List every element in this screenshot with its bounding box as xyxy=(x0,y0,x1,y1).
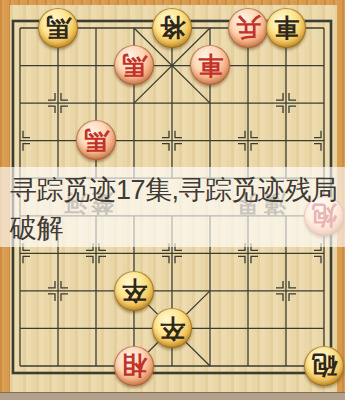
piece-glyph: 砲 xyxy=(312,353,337,378)
piece-glyph: 車 xyxy=(198,53,223,78)
red-piece-兵[interactable]: 兵 xyxy=(228,8,268,48)
black-piece-砲[interactable]: 砲 xyxy=(304,346,344,386)
piece-glyph: 馬 xyxy=(84,128,109,153)
piece-glyph: 馬 xyxy=(122,53,147,78)
piece-glyph: 将 xyxy=(160,15,185,40)
black-piece-卒[interactable]: 卒 xyxy=(114,271,154,311)
red-piece-馬[interactable]: 馬 xyxy=(76,120,116,160)
black-piece-馬[interactable]: 馬 xyxy=(38,8,78,48)
caption-line-1: 寻踪觅迹17集,寻踪觅迹残局 xyxy=(0,167,345,209)
caption-line-2: 破解 xyxy=(0,209,345,247)
black-piece-卒[interactable]: 卒 xyxy=(152,308,192,348)
caption-band: 寻踪觅迹17集,寻踪觅迹残局 破解 xyxy=(0,167,345,247)
piece-glyph: 相 xyxy=(122,353,147,378)
black-piece-車[interactable]: 車 xyxy=(266,8,306,48)
piece-glyph: 車 xyxy=(274,15,299,40)
black-piece-将[interactable]: 将 xyxy=(152,8,192,48)
piece-glyph: 卒 xyxy=(160,316,185,341)
red-piece-車[interactable]: 車 xyxy=(190,45,230,85)
red-piece-馬[interactable]: 馬 xyxy=(114,45,154,85)
piece-glyph: 卒 xyxy=(122,278,147,303)
red-piece-相[interactable]: 相 xyxy=(114,346,154,386)
piece-glyph: 兵 xyxy=(236,15,261,40)
piece-glyph: 馬 xyxy=(46,15,71,40)
xiangqi-app: 楚河 漢界 馬将兵車馬車馬炮卒卒相砲 寻踪觅迹17集,寻踪觅迹残局 破解 xyxy=(0,0,345,400)
